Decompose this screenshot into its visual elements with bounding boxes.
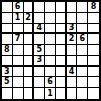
cell-r6c9[interactable] xyxy=(88,56,99,67)
cell-r6c3[interactable] xyxy=(24,56,35,67)
cell-r7c4[interactable] xyxy=(34,67,45,78)
cell-r1c6[interactable] xyxy=(56,2,67,13)
cell-r6c8[interactable] xyxy=(77,56,88,67)
cell-r7c7[interactable]: 4 xyxy=(67,67,78,78)
cell-r5c5[interactable] xyxy=(45,45,56,56)
cell-r5c3[interactable] xyxy=(24,45,35,56)
cell-r2c5[interactable] xyxy=(45,13,56,24)
cell-r4c9[interactable] xyxy=(88,34,99,45)
cell-r3c8[interactable] xyxy=(77,24,88,35)
cell-r6c7[interactable] xyxy=(67,56,78,67)
cell-r7c9[interactable] xyxy=(88,67,99,78)
sudoku-board: 68124372685334561 xyxy=(0,0,101,101)
cell-r5c7[interactable] xyxy=(67,45,78,56)
cell-r2c3[interactable]: 2 xyxy=(24,13,35,24)
cell-r7c2[interactable] xyxy=(13,67,24,78)
cell-r8c4[interactable] xyxy=(34,77,45,88)
cell-r1c7[interactable] xyxy=(67,2,78,13)
cell-r8c1[interactable]: 5 xyxy=(2,77,13,88)
cell-r7c8[interactable] xyxy=(77,67,88,78)
cell-r6c1[interactable] xyxy=(2,56,13,67)
cell-r2c7[interactable] xyxy=(67,13,78,24)
cell-r4c1[interactable] xyxy=(2,34,13,45)
cell-r1c8[interactable] xyxy=(77,2,88,13)
cell-r3c9[interactable] xyxy=(88,24,99,35)
cell-r3c2[interactable] xyxy=(13,24,24,35)
cell-r8c8[interactable] xyxy=(77,77,88,88)
cell-r9c3[interactable] xyxy=(24,88,35,99)
cell-r2c9[interactable] xyxy=(88,13,99,24)
cell-r5c1[interactable]: 8 xyxy=(2,45,13,56)
cell-r6c4[interactable]: 3 xyxy=(34,56,45,67)
cell-r4c8[interactable]: 6 xyxy=(77,34,88,45)
cell-r8c7[interactable] xyxy=(67,77,78,88)
cell-r2c8[interactable] xyxy=(77,13,88,24)
cell-r1c4[interactable] xyxy=(34,2,45,13)
cell-r8c9[interactable] xyxy=(88,77,99,88)
cell-r4c3[interactable] xyxy=(24,34,35,45)
cell-r4c2[interactable]: 7 xyxy=(13,34,24,45)
cell-r1c1[interactable] xyxy=(2,2,13,13)
cell-r7c3[interactable] xyxy=(24,67,35,78)
cell-r7c6[interactable] xyxy=(56,67,67,78)
cell-r9c9[interactable] xyxy=(88,88,99,99)
cell-r5c2[interactable] xyxy=(13,45,24,56)
cell-r3c3[interactable] xyxy=(24,24,35,35)
cell-r8c6[interactable] xyxy=(56,77,67,88)
cell-r9c7[interactable] xyxy=(67,88,78,99)
cell-r5c9[interactable] xyxy=(88,45,99,56)
cell-r5c8[interactable] xyxy=(77,45,88,56)
cell-r7c1[interactable]: 3 xyxy=(2,67,13,78)
cell-r4c7[interactable]: 2 xyxy=(67,34,78,45)
cell-r8c5[interactable]: 6 xyxy=(45,77,56,88)
cell-r9c8[interactable] xyxy=(77,88,88,99)
cell-r4c4[interactable] xyxy=(34,34,45,45)
cell-r5c6[interactable] xyxy=(56,45,67,56)
cell-r8c3[interactable] xyxy=(24,77,35,88)
cell-r2c4[interactable] xyxy=(34,13,45,24)
cell-r9c5[interactable]: 1 xyxy=(45,88,56,99)
cell-r6c6[interactable] xyxy=(56,56,67,67)
cell-r2c6[interactable] xyxy=(56,13,67,24)
cell-r6c2[interactable] xyxy=(13,56,24,67)
cell-r9c2[interactable] xyxy=(13,88,24,99)
cell-r4c5[interactable] xyxy=(45,34,56,45)
cell-r2c1[interactable] xyxy=(2,13,13,24)
cell-r3c7[interactable]: 3 xyxy=(67,24,78,35)
cell-r4c6[interactable] xyxy=(56,34,67,45)
cell-r3c1[interactable] xyxy=(2,24,13,35)
cell-r5c4[interactable]: 5 xyxy=(34,45,45,56)
cell-r3c4[interactable]: 4 xyxy=(34,24,45,35)
cell-r1c5[interactable] xyxy=(45,2,56,13)
cell-r9c4[interactable] xyxy=(34,88,45,99)
cell-r1c3[interactable] xyxy=(24,2,35,13)
cell-r3c5[interactable] xyxy=(45,24,56,35)
cell-r9c6[interactable] xyxy=(56,88,67,99)
cell-r1c2[interactable]: 6 xyxy=(13,2,24,13)
cell-r2c2[interactable]: 1 xyxy=(13,13,24,24)
cell-r7c5[interactable] xyxy=(45,67,56,78)
cell-r9c1[interactable] xyxy=(2,88,13,99)
cell-r8c2[interactable] xyxy=(13,77,24,88)
cell-r3c6[interactable] xyxy=(56,24,67,35)
cell-r6c5[interactable] xyxy=(45,56,56,67)
cell-r1c9[interactable]: 8 xyxy=(88,2,99,13)
